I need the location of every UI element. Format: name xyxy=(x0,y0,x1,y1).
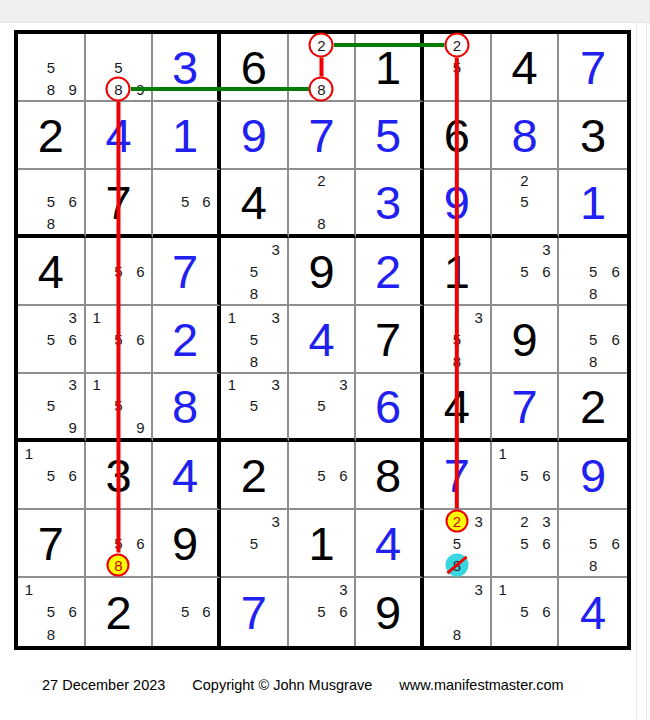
given-digit: 9 xyxy=(375,589,401,636)
cell-r2c2[interactable]: 4 xyxy=(86,102,154,170)
cell-r1c7[interactable]: 25 xyxy=(424,34,492,102)
cell-r4c4[interactable]: 358 xyxy=(221,238,289,306)
cell-r8c5[interactable]: 1 xyxy=(289,510,357,578)
solved-digit: 7 xyxy=(444,452,470,499)
cell-r8c2[interactable]: 568 xyxy=(86,510,154,578)
candidate-2-ring: 2 xyxy=(311,34,333,56)
given-digit: 1 xyxy=(308,520,334,567)
cell-r6c3[interactable]: 8 xyxy=(153,374,221,442)
cell-r5c7[interactable]: 358 xyxy=(424,306,492,374)
cell-r1c1[interactable]: 589 xyxy=(18,34,86,102)
solved-digit: 4 xyxy=(375,520,401,567)
candidate-8: 8 xyxy=(582,282,605,304)
cell-r3c7[interactable]: 9 xyxy=(424,170,492,238)
candidate-5: 5 xyxy=(446,328,468,350)
candidate-1: 1 xyxy=(18,442,40,464)
given-digit: 4 xyxy=(38,248,64,295)
candidate-2: 2 xyxy=(311,170,333,191)
given-digit: 8 xyxy=(375,452,401,499)
candidate-grid: 568 xyxy=(559,238,627,304)
solved-digit: 8 xyxy=(511,112,537,159)
cell-r3c6[interactable]: 3 xyxy=(356,170,424,238)
cell-r5c4[interactable]: 1358 xyxy=(221,306,289,374)
cell-r9c8[interactable]: 156 xyxy=(492,578,560,646)
candidate-9: 9 xyxy=(129,78,151,100)
candidate-1: 1 xyxy=(86,306,108,328)
candidate-8: 8 xyxy=(446,350,468,372)
given-digit: 4 xyxy=(511,44,537,91)
cell-r5c6[interactable]: 7 xyxy=(356,306,424,374)
cell-r9c1[interactable]: 1568 xyxy=(18,578,86,646)
candidate-3: 3 xyxy=(535,238,557,260)
candidate-grid: 358 xyxy=(221,238,287,304)
candidate-5: 5 xyxy=(582,532,605,554)
candidate-8-ring: 8 xyxy=(311,78,333,100)
solved-digit: 7 xyxy=(308,112,334,159)
cell-r4c1[interactable]: 4 xyxy=(18,238,86,306)
cell-r2c8[interactable]: 8 xyxy=(492,102,560,170)
candidate-grid: 1358 xyxy=(221,306,287,372)
cell-r1c8[interactable]: 4 xyxy=(492,34,560,102)
cell-r1c2[interactable]: 589 xyxy=(86,34,154,102)
cell-r6c5[interactable]: 35 xyxy=(289,374,357,442)
cell-r9c5[interactable]: 356 xyxy=(289,578,357,646)
candidate-6: 6 xyxy=(604,328,627,350)
cell-r6c6[interactable]: 6 xyxy=(356,374,424,442)
candidate-5: 5 xyxy=(243,395,265,416)
solved-digit: 7 xyxy=(580,44,606,91)
cell-r2c5[interactable]: 7 xyxy=(289,102,357,170)
cell-r6c1[interactable]: 359 xyxy=(18,374,86,442)
candidate-grid: 589 xyxy=(86,34,152,100)
candidate-5: 5 xyxy=(582,260,605,282)
cell-r9c3[interactable]: 56 xyxy=(153,578,221,646)
candidate-grid: 56 xyxy=(289,442,355,508)
window-right-edge xyxy=(636,22,637,720)
candidate-3: 3 xyxy=(265,510,287,532)
footer-copyright: Copyright © John Musgrave xyxy=(192,677,372,693)
candidate-6: 6 xyxy=(129,532,151,554)
candidate-6: 6 xyxy=(62,191,84,212)
solved-digit: 7 xyxy=(241,589,267,636)
candidate-5: 5 xyxy=(514,464,536,486)
candidate-grid: 589 xyxy=(18,34,84,100)
cell-r7c3[interactable]: 4 xyxy=(153,442,221,510)
candidate-grid: 28 xyxy=(289,34,355,100)
solved-digit: 4 xyxy=(580,589,606,636)
cell-r9c7[interactable]: 38 xyxy=(424,578,492,646)
candidate-8: 8 xyxy=(40,213,62,234)
candidate-3: 3 xyxy=(468,510,490,532)
cell-r1c6[interactable]: 1 xyxy=(356,34,424,102)
cell-r1c3[interactable]: 3 xyxy=(153,34,221,102)
candidate-5: 5 xyxy=(446,56,468,78)
candidate-2-yellow: 2 xyxy=(446,510,468,532)
given-digit: 6 xyxy=(444,112,470,159)
candidate-8: 8 xyxy=(582,554,605,576)
solved-digit: 3 xyxy=(172,44,198,91)
solved-digit: 2 xyxy=(375,248,401,295)
candidate-1: 1 xyxy=(86,374,108,395)
cell-r5c3[interactable]: 2 xyxy=(153,306,221,374)
solved-digit: 7 xyxy=(511,383,537,430)
solved-digit: 4 xyxy=(172,452,198,499)
solved-digit: 3 xyxy=(375,179,401,226)
given-digit: 1 xyxy=(375,44,401,91)
cell-r6c7[interactable]: 4 xyxy=(424,374,492,442)
candidate-grid: 35 xyxy=(289,374,355,438)
candidate-5: 5 xyxy=(40,328,62,350)
candidate-6: 6 xyxy=(604,532,627,554)
sudoku-board: 5895893628125472419756835687564283925145… xyxy=(14,30,631,650)
window-top-bar xyxy=(0,0,650,23)
candidate-grid: 28 xyxy=(289,170,355,234)
cell-r7c5[interactable]: 56 xyxy=(289,442,357,510)
candidate-6: 6 xyxy=(62,601,84,624)
cell-r4c7[interactable]: 1 xyxy=(424,238,492,306)
candidate-5: 5 xyxy=(40,56,62,78)
candidate-grid: 159 xyxy=(86,374,152,438)
footer-date: 27 December 2023 xyxy=(42,677,165,693)
candidate-grid: 25 xyxy=(492,170,558,234)
candidate-5: 5 xyxy=(514,532,536,554)
cell-r8c8[interactable]: 2356 xyxy=(492,510,560,578)
cell-r5c9[interactable]: 568 xyxy=(559,306,627,374)
cell-r8c4[interactable]: 35 xyxy=(221,510,289,578)
cell-r1c9[interactable]: 7 xyxy=(559,34,627,102)
cell-r4c6[interactable]: 2 xyxy=(356,238,424,306)
cell-r4c8[interactable]: 356 xyxy=(492,238,560,306)
cell-r7c1[interactable]: 156 xyxy=(18,442,86,510)
candidate-6: 6 xyxy=(129,328,151,350)
candidate-grid: 356 xyxy=(492,238,558,304)
solved-digit: 4 xyxy=(105,112,131,159)
given-digit: 9 xyxy=(308,248,334,295)
candidate-5: 5 xyxy=(40,464,62,486)
candidate-6: 6 xyxy=(196,191,217,212)
candidate-9: 9 xyxy=(62,78,84,100)
candidate-6: 6 xyxy=(535,464,557,486)
candidate-5: 5 xyxy=(514,260,536,282)
candidate-6: 6 xyxy=(62,464,84,486)
candidate-5: 5 xyxy=(311,395,333,416)
candidate-8: 8 xyxy=(243,282,265,304)
candidate-8: 8 xyxy=(582,350,605,372)
cell-r2c6[interactable]: 5 xyxy=(356,102,424,170)
cell-r3c2[interactable]: 7 xyxy=(86,170,154,238)
candidate-3: 3 xyxy=(332,374,354,395)
candidate-8-cyan: 8 xyxy=(446,554,468,576)
candidate-5: 5 xyxy=(108,328,130,350)
cell-r3c5[interactable]: 28 xyxy=(289,170,357,238)
candidate-5: 5 xyxy=(108,395,130,416)
candidate-3: 3 xyxy=(265,374,287,395)
candidate-8-ring: 8 xyxy=(108,78,130,100)
given-digit: 7 xyxy=(105,179,131,226)
candidate-grid: 38 xyxy=(424,578,490,646)
candidate-grid: 358 xyxy=(424,306,490,372)
given-digit: 9 xyxy=(172,520,198,567)
candidate-grid: 2358 xyxy=(424,510,490,576)
candidate-3: 3 xyxy=(265,306,287,328)
given-digit: 7 xyxy=(375,316,401,363)
candidate-grid: 356 xyxy=(289,578,355,646)
cell-r5c5[interactable]: 4 xyxy=(289,306,357,374)
candidate-grid: 56 xyxy=(86,238,152,304)
solved-digit: 5 xyxy=(375,112,401,159)
cell-r6c4[interactable]: 135 xyxy=(221,374,289,442)
cell-r1c4[interactable]: 6 xyxy=(221,34,289,102)
cell-r8c1[interactable]: 7 xyxy=(18,510,86,578)
solved-digit: 9 xyxy=(580,452,606,499)
cell-r4c5[interactable]: 9 xyxy=(289,238,357,306)
given-digit: 2 xyxy=(105,589,131,636)
candidate-8-yellow: 8 xyxy=(108,554,130,576)
candidate-grid: 568 xyxy=(559,306,627,372)
candidate-8: 8 xyxy=(311,213,333,234)
solved-digit: 1 xyxy=(580,179,606,226)
given-digit: 9 xyxy=(511,316,537,363)
cell-r4c3[interactable]: 7 xyxy=(153,238,221,306)
candidate-5: 5 xyxy=(40,191,62,212)
cell-r5c2[interactable]: 156 xyxy=(86,306,154,374)
cell-r5c1[interactable]: 356 xyxy=(18,306,86,374)
candidate-grid: 568 xyxy=(86,510,152,576)
candidate-2: 2 xyxy=(514,510,536,532)
solved-digit: 8 xyxy=(172,383,198,430)
candidate-5: 5 xyxy=(311,601,333,624)
candidate-grid: 156 xyxy=(86,306,152,372)
candidate-3: 3 xyxy=(265,238,287,260)
cell-r3c1[interactable]: 568 xyxy=(18,170,86,238)
candidate-6: 6 xyxy=(196,601,217,624)
candidate-1: 1 xyxy=(492,578,514,601)
cell-r3c9[interactable]: 1 xyxy=(559,170,627,238)
cell-r9c4[interactable]: 7 xyxy=(221,578,289,646)
given-digit: 3 xyxy=(105,452,131,499)
candidate-5: 5 xyxy=(243,532,265,554)
candidate-1: 1 xyxy=(492,442,514,464)
solved-digit: 7 xyxy=(172,248,198,295)
candidate-5: 5 xyxy=(108,56,130,78)
given-digit: 4 xyxy=(444,383,470,430)
given-digit: 3 xyxy=(580,112,606,159)
candidate-5: 5 xyxy=(108,260,130,282)
cell-r9c9[interactable]: 4 xyxy=(559,578,627,646)
given-digit: 2 xyxy=(580,383,606,430)
footer: 27 December 2023 Copyright © John Musgra… xyxy=(42,677,564,693)
solved-digit: 9 xyxy=(444,179,470,226)
candidate-grid: 56 xyxy=(153,578,217,646)
candidate-3: 3 xyxy=(468,578,490,601)
cell-r9c2[interactable]: 2 xyxy=(86,578,154,646)
cell-r8c9[interactable]: 568 xyxy=(559,510,627,578)
candidate-3: 3 xyxy=(535,510,557,532)
cell-r2c1[interactable]: 2 xyxy=(18,102,86,170)
cell-r3c4[interactable]: 4 xyxy=(221,170,289,238)
candidate-6: 6 xyxy=(535,601,557,624)
candidate-2: 2 xyxy=(514,170,536,191)
solved-digit: 2 xyxy=(172,316,198,363)
candidate-5: 5 xyxy=(514,191,536,212)
candidate-8: 8 xyxy=(243,350,265,372)
candidate-5: 5 xyxy=(446,532,468,554)
cell-r7c2[interactable]: 3 xyxy=(86,442,154,510)
given-digit: 6 xyxy=(241,44,267,91)
cell-r7c8[interactable]: 156 xyxy=(492,442,560,510)
cell-r3c8[interactable]: 25 xyxy=(492,170,560,238)
candidate-3: 3 xyxy=(332,578,354,601)
given-digit: 2 xyxy=(38,112,64,159)
cell-r3c3[interactable]: 56 xyxy=(153,170,221,238)
cell-r2c3[interactable]: 1 xyxy=(153,102,221,170)
candidate-grid: 1568 xyxy=(18,578,84,646)
footer-website-link[interactable]: www.manifestmaster.com xyxy=(399,677,563,693)
cell-r2c7[interactable]: 6 xyxy=(424,102,492,170)
candidate-2-ring: 2 xyxy=(446,34,468,56)
candidate-5: 5 xyxy=(514,601,536,624)
candidate-5: 5 xyxy=(582,328,605,350)
candidate-5: 5 xyxy=(243,260,265,282)
candidate-grid: 568 xyxy=(18,170,84,234)
candidate-grid: 156 xyxy=(492,578,558,646)
candidate-5: 5 xyxy=(311,464,333,486)
candidate-6: 6 xyxy=(535,260,557,282)
candidate-3: 3 xyxy=(468,306,490,328)
candidate-1: 1 xyxy=(18,578,40,601)
cell-r7c4[interactable]: 2 xyxy=(221,442,289,510)
candidate-8: 8 xyxy=(446,623,468,646)
candidate-grid: 135 xyxy=(221,374,287,438)
candidate-6: 6 xyxy=(332,601,354,624)
candidate-6: 6 xyxy=(535,532,557,554)
given-digit: 1 xyxy=(444,248,470,295)
cell-r4c9[interactable]: 568 xyxy=(559,238,627,306)
solved-digit: 4 xyxy=(308,316,334,363)
candidate-5: 5 xyxy=(243,328,265,350)
cell-r2c4[interactable]: 9 xyxy=(221,102,289,170)
candidate-6: 6 xyxy=(129,260,151,282)
candidate-grid: 25 xyxy=(424,34,490,100)
cell-r6c9[interactable]: 2 xyxy=(559,374,627,442)
cell-r7c6[interactable]: 8 xyxy=(356,442,424,510)
candidate-6: 6 xyxy=(332,464,354,486)
candidate-grid: 56 xyxy=(153,170,217,234)
candidate-5: 5 xyxy=(175,601,196,624)
given-digit: 2 xyxy=(241,452,267,499)
cell-r8c6[interactable]: 4 xyxy=(356,510,424,578)
candidate-9: 9 xyxy=(62,417,84,438)
cell-r1c5[interactable]: 28 xyxy=(289,34,357,102)
candidate-3: 3 xyxy=(62,374,84,395)
candidate-8: 8 xyxy=(40,78,62,100)
cell-r4c2[interactable]: 56 xyxy=(86,238,154,306)
cell-r7c9[interactable]: 9 xyxy=(559,442,627,510)
solved-digit: 1 xyxy=(172,112,198,159)
cell-r6c8[interactable]: 7 xyxy=(492,374,560,442)
cell-r7c7[interactable]: 7 xyxy=(424,442,492,510)
cell-r8c3[interactable]: 9 xyxy=(153,510,221,578)
candidate-6: 6 xyxy=(604,260,627,282)
candidate-grid: 356 xyxy=(18,306,84,372)
candidate-3: 3 xyxy=(62,306,84,328)
candidate-5: 5 xyxy=(175,191,196,212)
cell-r6c2[interactable]: 159 xyxy=(86,374,154,442)
solved-digit: 6 xyxy=(375,383,401,430)
candidate-5: 5 xyxy=(40,601,62,624)
scrollbar-edge xyxy=(646,22,647,720)
cell-r8c7[interactable]: 2358 xyxy=(424,510,492,578)
candidate-grid: 35 xyxy=(221,510,287,576)
candidate-grid: 156 xyxy=(492,442,558,508)
candidate-6: 6 xyxy=(62,328,84,350)
given-digit: 4 xyxy=(241,179,267,226)
candidate-1: 1 xyxy=(221,374,243,395)
candidate-8: 8 xyxy=(40,623,62,646)
candidate-1: 1 xyxy=(221,306,243,328)
candidate-grid: 568 xyxy=(559,510,627,576)
cell-r2c9[interactable]: 3 xyxy=(559,102,627,170)
candidate-grid: 2356 xyxy=(492,510,558,576)
candidate-5: 5 xyxy=(40,395,62,416)
cell-r9c6[interactable]: 9 xyxy=(356,578,424,646)
solved-digit: 9 xyxy=(241,112,267,159)
candidate-grid: 156 xyxy=(18,442,84,508)
cell-r5c8[interactable]: 9 xyxy=(492,306,560,374)
candidate-5: 5 xyxy=(108,532,130,554)
candidate-9: 9 xyxy=(129,417,151,438)
candidate-grid: 359 xyxy=(18,374,84,438)
given-digit: 7 xyxy=(38,520,64,567)
